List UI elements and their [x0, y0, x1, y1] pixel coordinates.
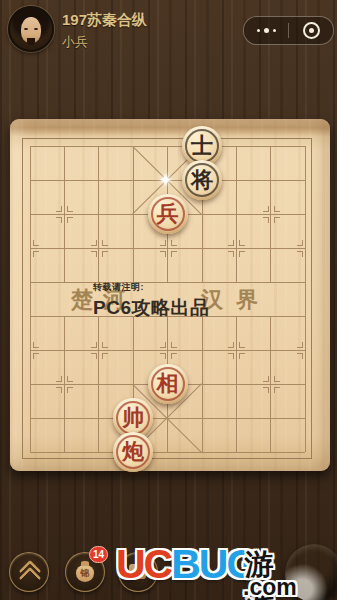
river-text-chu: 楚 [71, 285, 93, 315]
point-marker [274, 206, 280, 212]
scroll-icon [129, 564, 146, 579]
point-marker [239, 342, 245, 348]
point-marker [91, 342, 97, 348]
point-marker [33, 353, 39, 359]
grid-line-v [270, 316, 271, 452]
piece-black-将[interactable]: 将 [182, 160, 222, 200]
point-marker [228, 240, 234, 246]
point-marker [160, 342, 166, 348]
piece-red-相[interactable]: 相 [148, 364, 188, 404]
point-marker [67, 206, 73, 212]
point-marker [297, 342, 303, 348]
point-marker [67, 376, 73, 382]
point-marker [228, 353, 234, 359]
point-marker [102, 353, 108, 359]
piece-red-炮[interactable]: 炮 [113, 432, 153, 472]
point-marker [33, 240, 39, 246]
point-marker [239, 240, 245, 246]
point-marker [160, 251, 166, 257]
grid-line-v [305, 146, 306, 452]
point-marker [56, 376, 62, 382]
point-marker [56, 217, 62, 223]
tips-count-badge: 14 [89, 546, 108, 563]
toolbar-button-3[interactable] [118, 552, 158, 592]
point-marker [91, 353, 97, 359]
grid-line-v [270, 146, 271, 282]
point-marker [33, 342, 39, 348]
point-marker [263, 387, 269, 393]
grid-line-v [98, 146, 99, 282]
piece-red-兵[interactable]: 兵 [148, 194, 188, 234]
point-marker [239, 251, 245, 257]
center-watermark-line2: PC6攻略出品 [93, 295, 209, 321]
point-marker [91, 240, 97, 246]
point-marker [160, 240, 166, 246]
center-watermark-line1: 转载请注明: [93, 281, 209, 294]
point-marker [160, 353, 166, 359]
money-bag-icon: 锦 [76, 565, 94, 582]
app-screen: 197苏秦合纵 小兵 楚 河 汉 界 转载请注明: PC6攻略出品 ✦士将兵相帅… [0, 0, 337, 600]
point-marker [171, 342, 177, 348]
point-marker [274, 387, 280, 393]
grid-line-v [98, 316, 99, 452]
point-marker [228, 342, 234, 348]
point-marker [67, 217, 73, 223]
center-watermark: 转载请注明: PC6攻略出品 [93, 281, 209, 321]
river-text-jie: 界 [236, 285, 258, 315]
grid-line-v [64, 146, 65, 282]
grid-line-v [30, 146, 31, 452]
point-marker [297, 240, 303, 246]
collapse-button[interactable] [9, 552, 49, 592]
point-marker [297, 353, 303, 359]
point-marker [33, 251, 39, 257]
point-marker [263, 376, 269, 382]
point-marker [56, 206, 62, 212]
grid-line-v [64, 316, 65, 452]
board-layer: 楚 河 汉 界 转载请注明: PC6攻略出品 ✦士将兵相帅炮 [0, 0, 337, 600]
point-marker [102, 251, 108, 257]
point-marker [171, 251, 177, 257]
point-marker [228, 251, 234, 257]
point-marker [171, 353, 177, 359]
point-marker [239, 353, 245, 359]
point-marker [263, 217, 269, 223]
grid-line-v [236, 316, 237, 452]
point-marker [102, 240, 108, 246]
highlight-star-icon: ✦ [159, 170, 173, 191]
point-marker [102, 342, 108, 348]
point-marker [67, 387, 73, 393]
dark-piece-sphere[interactable] [285, 544, 337, 600]
point-marker [263, 206, 269, 212]
point-marker [297, 251, 303, 257]
point-marker [91, 251, 97, 257]
grid-line-v [236, 146, 237, 282]
point-marker [274, 217, 280, 223]
point-marker [274, 376, 280, 382]
point-marker [56, 387, 62, 393]
point-marker [171, 240, 177, 246]
